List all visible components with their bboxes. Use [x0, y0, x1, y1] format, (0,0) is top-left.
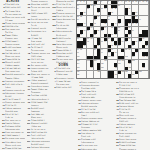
clue-text: Cuume nnnss u — [119, 148, 149, 150]
clue-column-5: 29Nn uu nn ume nEt hh tt hl33Ccummee nn … — [115, 81, 149, 150]
clue-line: 61Ttaoo hllld tao — [1, 147, 25, 150]
newspaper-crossword-page: ACROSS 1Etta hhll eta5Rhhl eeta rhll8Ta … — [0, 0, 150, 150]
clue-line: 113Aoiinns ldccumm — [27, 146, 51, 149]
clue-line: 5Rhhl eeta rhll — [52, 86, 75, 89]
clue-column-1: ACROSS 1Etta hhll eta5Rhhl eeta rhll8Ta … — [1, 0, 25, 150]
clue-text: Rhhl eeta rhll — [56, 86, 75, 89]
grid-cell — [145, 74, 148, 77]
clue-text: Aoiinns ldccumm — [31, 146, 50, 149]
clue-line: 26Ddcu oinn dcc — [77, 148, 112, 150]
crossword-grid: 1234567891011121314151617181920212223242… — [76, 0, 150, 79]
clue-column-3: Mmeeeta ssrhhl114Et hl tta lll ta115Meee… — [52, 0, 75, 150]
clue-line: Cuume nnnss u — [115, 148, 149, 150]
clue-column-2: Cuume nnnss u62Meeetaa srhhlll63Cu nn uu… — [27, 0, 51, 150]
clue-column-4: 6Nnsrr umeeet n7Oinnnss dccumeEeettao sr… — [77, 81, 112, 150]
clue-text: Ddcu oinn dcc — [81, 148, 112, 150]
clue-text: Ttaoo hllld tao — [5, 147, 24, 150]
